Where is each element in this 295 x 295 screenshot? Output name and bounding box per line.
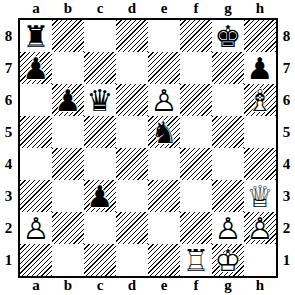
square-h6[interactable]: ♝♗ (244, 84, 276, 116)
square-d4[interactable] (116, 148, 148, 180)
file-label-b: b (52, 277, 84, 294)
file-labels-top: abcdefgh (20, 0, 276, 17)
square-e4[interactable] (148, 148, 180, 180)
black-knight[interactable]: ♞ (148, 116, 180, 148)
rank-label-4: 4 (0, 148, 17, 180)
piece-outline-layer: ♙ (20, 212, 52, 244)
square-d3[interactable] (116, 180, 148, 212)
file-label-e: e (148, 277, 180, 294)
square-f5[interactable] (180, 116, 212, 148)
piece-solid-layer: ♚ (212, 20, 244, 52)
white-pawn[interactable]: ♟♙ (244, 212, 276, 244)
square-e1[interactable] (148, 244, 180, 276)
rank-label-8: 8 (0, 20, 17, 52)
square-g3[interactable] (212, 180, 244, 212)
square-f7[interactable] (180, 52, 212, 84)
square-b7[interactable] (52, 52, 84, 84)
square-h7[interactable]: ♟ (244, 52, 276, 84)
black-rook[interactable]: ♜ (20, 20, 52, 52)
square-c8[interactable] (84, 20, 116, 52)
square-f2[interactable] (180, 212, 212, 244)
square-h5[interactable] (244, 116, 276, 148)
square-f6[interactable] (180, 84, 212, 116)
square-g8[interactable]: ♚ (212, 20, 244, 52)
square-g5[interactable] (212, 116, 244, 148)
square-b1[interactable] (52, 244, 84, 276)
square-d6[interactable] (116, 84, 148, 116)
rank-label-8: 8 (278, 20, 295, 52)
piece-outline-layer: ♖ (180, 244, 212, 276)
square-f3[interactable] (180, 180, 212, 212)
black-queen[interactable]: ♛ (84, 84, 116, 116)
piece-solid-layer: ♟ (84, 180, 116, 212)
square-b4[interactable] (52, 148, 84, 180)
rank-label-6: 6 (278, 84, 295, 116)
square-h3[interactable]: ♛♕ (244, 180, 276, 212)
square-a6[interactable] (20, 84, 52, 116)
square-d2[interactable] (116, 212, 148, 244)
file-label-b: b (52, 0, 84, 17)
piece-solid-layer: ♟ (20, 52, 52, 84)
white-pawn[interactable]: ♟♙ (20, 212, 52, 244)
square-g4[interactable] (212, 148, 244, 180)
square-c4[interactable] (84, 148, 116, 180)
file-label-c: c (84, 277, 116, 294)
rank-label-7: 7 (278, 52, 295, 84)
file-label-g: g (212, 277, 244, 294)
white-bishop[interactable]: ♝♗ (244, 84, 276, 116)
square-e8[interactable] (148, 20, 180, 52)
black-pawn[interactable]: ♟ (20, 52, 52, 84)
file-label-d: d (116, 277, 148, 294)
file-labels-bottom: abcdefgh (20, 277, 276, 294)
square-c7[interactable] (84, 52, 116, 84)
square-a2[interactable]: ♟♙ (20, 212, 52, 244)
rank-label-3: 3 (0, 180, 17, 212)
file-label-h: h (244, 277, 276, 294)
black-pawn[interactable]: ♟ (84, 180, 116, 212)
piece-outline-layer: ♗ (244, 84, 276, 116)
rank-label-1: 1 (0, 244, 17, 276)
piece-outline-layer: ♙ (244, 212, 276, 244)
rank-label-5: 5 (0, 116, 17, 148)
square-h1[interactable] (244, 244, 276, 276)
square-e2[interactable] (148, 212, 180, 244)
square-e7[interactable] (148, 52, 180, 84)
square-c6[interactable]: ♛ (84, 84, 116, 116)
piece-solid-layer: ♛ (84, 84, 116, 116)
square-a7[interactable]: ♟ (20, 52, 52, 84)
rank-label-2: 2 (278, 212, 295, 244)
rank-label-5: 5 (278, 116, 295, 148)
square-h8[interactable] (244, 20, 276, 52)
rank-label-2: 2 (0, 212, 17, 244)
square-a5[interactable] (20, 116, 52, 148)
chess-diagram: abcdefgh 87654321 ♜♚♟♟♟♛♟♙♝♗♞♟♛♕♟♙♟♙♟♙♜♖… (0, 0, 295, 295)
square-h4[interactable] (244, 148, 276, 180)
file-label-a: a (20, 0, 52, 17)
file-label-h: h (244, 0, 276, 17)
piece-outline-layer: ♔ (212, 244, 244, 276)
piece-outline-layer: ♙ (148, 84, 180, 116)
square-d1[interactable] (116, 244, 148, 276)
rank-label-4: 4 (278, 148, 295, 180)
rank-label-7: 7 (0, 52, 17, 84)
square-g6[interactable] (212, 84, 244, 116)
white-pawn[interactable]: ♟♙ (212, 212, 244, 244)
rank-labels-right: 87654321 (278, 20, 295, 276)
square-a4[interactable] (20, 148, 52, 180)
piece-solid-layer: ♟ (244, 52, 276, 84)
square-b5[interactable] (52, 116, 84, 148)
rank-label-1: 1 (278, 244, 295, 276)
square-a8[interactable]: ♜ (20, 20, 52, 52)
square-a1[interactable] (20, 244, 52, 276)
square-d7[interactable] (116, 52, 148, 84)
rank-label-6: 6 (0, 84, 17, 116)
black-pawn[interactable]: ♟ (52, 84, 84, 116)
square-b8[interactable] (52, 20, 84, 52)
piece-solid-layer: ♞ (148, 116, 180, 148)
square-f1[interactable]: ♜♖ (180, 244, 212, 276)
file-label-d: d (116, 0, 148, 17)
piece-outline-layer: ♕ (244, 180, 276, 212)
square-d5[interactable] (116, 116, 148, 148)
square-e5[interactable]: ♞ (148, 116, 180, 148)
file-label-a: a (20, 277, 52, 294)
piece-solid-layer: ♜ (20, 20, 52, 52)
chess-board: ♜♚♟♟♟♛♟♙♝♗♞♟♛♕♟♙♟♙♟♙♜♖♚♔ (18, 18, 278, 278)
square-b3[interactable] (52, 180, 84, 212)
piece-outline-layer: ♙ (212, 212, 244, 244)
square-h2[interactable]: ♟♙ (244, 212, 276, 244)
rank-labels-left: 87654321 (0, 20, 17, 276)
square-b2[interactable] (52, 212, 84, 244)
square-d8[interactable] (116, 20, 148, 52)
file-label-e: e (148, 0, 180, 17)
white-rook[interactable]: ♜♖ (180, 244, 212, 276)
square-a3[interactable] (20, 180, 52, 212)
square-f4[interactable] (180, 148, 212, 180)
black-pawn[interactable]: ♟ (244, 52, 276, 84)
square-c5[interactable] (84, 116, 116, 148)
file-label-f: f (180, 277, 212, 294)
white-queen[interactable]: ♛♕ (244, 180, 276, 212)
file-label-c: c (84, 0, 116, 17)
square-c3[interactable]: ♟ (84, 180, 116, 212)
square-g7[interactable] (212, 52, 244, 84)
square-g2[interactable]: ♟♙ (212, 212, 244, 244)
rank-label-3: 3 (278, 180, 295, 212)
square-c2[interactable] (84, 212, 116, 244)
file-label-f: f (180, 0, 212, 17)
black-king[interactable]: ♚ (212, 20, 244, 52)
white-pawn[interactable]: ♟♙ (148, 84, 180, 116)
square-e6[interactable]: ♟♙ (148, 84, 180, 116)
file-label-g: g (212, 0, 244, 17)
square-b6[interactable]: ♟ (52, 84, 84, 116)
square-c1[interactable] (84, 244, 116, 276)
piece-solid-layer: ♟ (52, 84, 84, 116)
square-f8[interactable] (180, 20, 212, 52)
square-e3[interactable] (148, 180, 180, 212)
white-king[interactable]: ♚♔ (212, 244, 244, 276)
square-g1[interactable]: ♚♔ (212, 244, 244, 276)
